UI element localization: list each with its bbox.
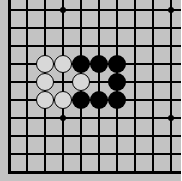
- grid-line-horizontal: [8, 27, 182, 29]
- black-stone-g6: [108, 73, 126, 91]
- go-diagram: [0, 0, 181, 181]
- black-stone-e7: [72, 55, 90, 73]
- grid-line-horizontal: [8, 45, 182, 47]
- grid-line-horizontal: [8, 117, 182, 119]
- black-stone-g7: [108, 55, 126, 73]
- grid-line-horizontal: [8, 81, 182, 83]
- white-stone-d5: [54, 91, 72, 109]
- star-point: [60, 115, 66, 121]
- white-stone-e6: [72, 73, 90, 91]
- black-stone-e5: [72, 91, 90, 109]
- star-point: [168, 115, 174, 121]
- white-stone-c6: [36, 73, 54, 91]
- white-stone-d7: [54, 55, 72, 73]
- black-stone-f7: [90, 55, 108, 73]
- grid-line-horizontal: [8, 135, 182, 137]
- black-stone-g5: [108, 91, 126, 109]
- white-stone-c5: [36, 91, 54, 109]
- grid-line-horizontal: [8, 153, 182, 155]
- board-edge-bottom: [8, 171, 182, 174]
- star-point: [60, 7, 66, 13]
- star-point: [168, 7, 174, 13]
- grid-line-horizontal: [8, 9, 182, 11]
- black-stone-f5: [90, 91, 108, 109]
- white-stone-c7: [36, 55, 54, 73]
- go-board[interactable]: [0, 0, 181, 181]
